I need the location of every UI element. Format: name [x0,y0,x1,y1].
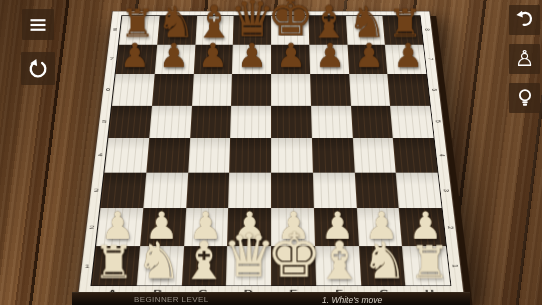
move-status-label: 1. White's move [322,295,382,305]
piece-white-b-f1[interactable]: ♝ [315,233,362,286]
square-e7[interactable] [271,44,310,74]
rotate-board-button[interactable] [21,52,55,85]
square-g5[interactable] [350,105,393,138]
hamburger-icon [28,15,48,35]
undo-arrow-icon [514,9,536,31]
square-a6[interactable] [112,74,154,105]
rank-label-5: 5 [409,119,467,125]
square-a7[interactable] [116,44,157,74]
pawn-icon: ♙ [515,48,535,70]
board-front-edge: BEGINNER LEVEL 1. White's move [72,292,470,305]
square-e6[interactable] [271,74,311,105]
square-c8[interactable] [195,16,234,45]
square-c6[interactable] [192,74,233,105]
piece-white-b-c1[interactable]: ♝ [180,233,227,286]
lightbulb-icon [514,87,536,109]
square-d5[interactable] [230,105,271,138]
square-c5[interactable] [190,105,232,138]
piece-white-k-e1[interactable]: ♚ [266,225,321,287]
piece-white-r-a1[interactable]: ♜ [93,240,133,285]
piece-white-r-h1[interactable]: ♜ [409,240,449,285]
hint-button[interactable] [509,83,540,113]
square-b7[interactable] [154,44,195,74]
square-d8[interactable] [233,16,271,45]
square-f5[interactable] [311,105,353,138]
square-f6[interactable] [310,74,351,105]
rank-label-8: 8 [400,27,454,32]
square-f7[interactable] [309,44,349,74]
square-b6[interactable] [152,74,194,105]
square-e5[interactable] [271,105,312,138]
square-a8[interactable] [119,16,159,45]
square-d7[interactable] [232,44,271,74]
undo-button[interactable] [509,5,540,35]
level-label: BEGINNER LEVEL [134,295,209,304]
rotate-icon [27,58,49,80]
rank-label-7: 7 [403,56,458,61]
square-g6[interactable] [349,74,391,105]
square-f8[interactable] [308,16,347,45]
square-e8[interactable] [271,16,309,45]
chess-board[interactable]: ABCDEFGH ABCDEFGH 87654321 87654321 ♜♞♝♛… [77,11,466,300]
square-a5[interactable] [108,105,151,138]
square-g8[interactable] [345,16,385,45]
square-b5[interactable] [149,105,192,138]
square-b8[interactable] [157,16,197,45]
rank-label-6: 6 [406,87,462,92]
piece-white-n-b1[interactable]: ♞ [135,235,180,286]
chess-app-screen: ABCDEFGH ABCDEFGH 87654321 87654321 ♜♞♝♛… [0,0,542,305]
square-c7[interactable] [193,44,233,74]
menu-button[interactable] [22,9,54,40]
player-side-button[interactable]: ♙ [509,44,540,74]
piece-white-n-g1[interactable]: ♞ [361,235,406,286]
square-g7[interactable] [347,44,388,74]
square-d6[interactable] [231,74,271,105]
